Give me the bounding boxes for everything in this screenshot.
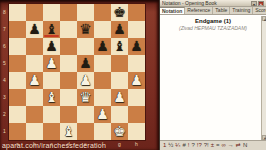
square-f6[interactable]: ♟ xyxy=(94,38,111,55)
white-piece-g3: ♟ xyxy=(111,89,128,106)
square-g3[interactable]: ♟ xyxy=(111,89,128,106)
black-piece-e5: ♟ xyxy=(77,55,94,72)
white-piece-f2: ♟ xyxy=(94,106,111,123)
square-h6[interactable]: ♟ xyxy=(128,38,145,55)
annotation-button[interactable]: = xyxy=(216,141,220,150)
rank-label-5: 5 xyxy=(0,55,9,72)
square-g5[interactable] xyxy=(111,55,128,72)
square-d7[interactable] xyxy=(60,21,77,38)
annotation-button[interactable]: ⇄ xyxy=(236,141,241,150)
tab-training[interactable]: Training xyxy=(230,7,253,14)
square-f5[interactable] xyxy=(94,55,111,72)
square-e3[interactable]: ♛ xyxy=(77,89,94,106)
square-c5[interactable]: ♟ xyxy=(43,55,60,72)
square-d1[interactable]: ♝ xyxy=(60,123,77,140)
square-g1[interactable]: ♚ xyxy=(111,123,128,140)
white-piece-d1: ♝ xyxy=(60,123,77,140)
annotation-button[interactable]: ± xyxy=(211,141,214,150)
square-c1[interactable] xyxy=(43,123,60,140)
square-c2[interactable] xyxy=(43,106,60,123)
black-piece-g8: ♚ xyxy=(111,4,128,21)
white-piece-g1: ♚ xyxy=(111,123,128,140)
square-a2[interactable] xyxy=(9,106,26,123)
square-a4[interactable] xyxy=(9,72,26,89)
tab-bar: NotationReferenceTableTrainingScore shee… xyxy=(160,7,266,15)
square-e6[interactable] xyxy=(77,38,94,55)
notation-panel: Notation - Opening Book ▾✕ NotationRefer… xyxy=(159,0,266,150)
square-a1[interactable] xyxy=(9,123,26,140)
rank-label-3: 3 xyxy=(0,89,9,106)
rank-label-6: 6 xyxy=(0,38,9,55)
square-c4[interactable] xyxy=(43,72,60,89)
square-g6[interactable]: ♝ xyxy=(111,38,128,55)
white-piece-b4: ♟ xyxy=(26,72,43,89)
white-piece-h4: ♟ xyxy=(128,72,145,89)
white-piece-c5: ♟ xyxy=(43,55,60,72)
scroll-up-icon[interactable]: ▲ xyxy=(262,16,266,21)
tab-table[interactable]: Table xyxy=(213,7,230,14)
rank-coordinates: 87654321 xyxy=(0,4,9,140)
square-a5[interactable] xyxy=(9,55,26,72)
square-e4[interactable]: ♟ xyxy=(77,72,94,89)
square-e5[interactable]: ♟ xyxy=(77,55,94,72)
square-b3[interactable] xyxy=(26,89,43,106)
file-label-h: h xyxy=(128,140,145,150)
annotation-button[interactable]: 1 xyxy=(163,141,166,150)
menu-icon[interactable]: ▾ xyxy=(251,1,257,6)
app-window: 87654321 ♚♟♝♛♟♟♟♝♟♟♟♟♟♟♝♛♟♟♝♚ abcdefgh a… xyxy=(0,0,266,150)
square-d2[interactable] xyxy=(60,106,77,123)
white-piece-e3: ♛ xyxy=(77,89,94,106)
black-piece-h6: ♟ xyxy=(128,38,145,55)
square-f3[interactable] xyxy=(94,89,111,106)
square-h3[interactable] xyxy=(128,89,145,106)
square-d4[interactable] xyxy=(60,72,77,89)
square-d8[interactable] xyxy=(60,4,77,21)
square-h7[interactable] xyxy=(128,21,145,38)
scroll-down-icon[interactable]: ▼ xyxy=(262,135,266,140)
annotation-button[interactable]: ½ xyxy=(168,141,173,150)
square-e1[interactable] xyxy=(77,123,94,140)
panel-title: Notation - Opening Book xyxy=(162,0,251,6)
square-a3[interactable] xyxy=(9,89,26,106)
close-icon[interactable]: ✕ xyxy=(258,1,264,6)
annotation-button[interactable]: → xyxy=(228,141,234,150)
black-piece-b7: ♟ xyxy=(26,21,43,38)
annotation-button[interactable]: ! xyxy=(188,141,190,150)
square-h5[interactable] xyxy=(128,55,145,72)
annotation-button[interactable]: # xyxy=(182,141,185,150)
square-b4[interactable]: ♟ xyxy=(26,72,43,89)
black-piece-e7: ♛ xyxy=(77,21,94,38)
annotation-button[interactable]: ¼ xyxy=(175,141,180,150)
game-header: Endgame (1) (Zivad HEPMAU TZA/ZADAM) xyxy=(160,16,266,31)
rank-label-4: 4 xyxy=(0,72,9,89)
square-f8[interactable] xyxy=(94,4,111,21)
panel-titlebar[interactable]: Notation - Opening Book ▾✕ xyxy=(160,0,266,7)
square-f7[interactable] xyxy=(94,21,111,38)
square-b2[interactable] xyxy=(26,106,43,123)
square-d3[interactable] xyxy=(60,89,77,106)
notation-area[interactable]: Endgame (1) (Zivad HEPMAU TZA/ZADAM) ▲ ▼ xyxy=(160,15,266,140)
annotation-button[interactable]: ∞ xyxy=(222,141,226,150)
square-h8[interactable] xyxy=(128,4,145,21)
tab-notation[interactable]: Notation xyxy=(160,7,185,14)
square-c6[interactable]: ♟ xyxy=(43,38,60,55)
rank-label-8: 8 xyxy=(0,4,9,21)
black-piece-g6: ♝ xyxy=(111,38,128,55)
square-d6[interactable] xyxy=(60,38,77,55)
board: ♚♟♝♛♟♟♟♝♟♟♟♟♟♟♝♛♟♟♝♚ xyxy=(9,4,145,140)
square-c7[interactable]: ♝ xyxy=(43,21,60,38)
square-h2[interactable] xyxy=(128,106,145,123)
square-b6[interactable] xyxy=(26,38,43,55)
square-e8[interactable] xyxy=(77,4,94,21)
white-piece-c3: ♝ xyxy=(43,89,60,106)
chessboard-window: 87654321 ♚♟♝♛♟♟♟♝♟♟♟♟♟♟♝♛♟♟♝♚ abcdefgh a… xyxy=(0,0,159,150)
square-b5[interactable] xyxy=(26,55,43,72)
black-piece-g7: ♟ xyxy=(111,21,128,38)
black-piece-f6: ♟ xyxy=(94,38,111,55)
square-c8[interactable] xyxy=(43,4,60,21)
square-b8[interactable] xyxy=(26,4,43,21)
square-h4[interactable]: ♟ xyxy=(128,72,145,89)
square-a6[interactable] xyxy=(9,38,26,55)
square-a7[interactable] xyxy=(9,21,26,38)
window-buttons: ▾✕ xyxy=(251,1,264,6)
rank-label-1: 1 xyxy=(0,123,9,140)
annotation-button[interactable]: !? xyxy=(197,141,202,150)
square-b1[interactable] xyxy=(26,123,43,140)
square-d5[interactable] xyxy=(60,55,77,72)
annotation-button[interactable]: ?! xyxy=(204,141,209,150)
annotation-button[interactable]: ? xyxy=(191,141,194,150)
square-g8[interactable]: ♚ xyxy=(111,4,128,21)
white-piece-e4: ♟ xyxy=(77,72,94,89)
rank-label-2: 2 xyxy=(0,106,9,123)
square-a8[interactable] xyxy=(9,4,26,21)
square-g4[interactable] xyxy=(111,72,128,89)
square-b7[interactable]: ♟ xyxy=(26,21,43,38)
file-label-g: g xyxy=(111,140,128,150)
scrollbar[interactable]: ▲ ▼ xyxy=(261,16,266,140)
square-e7[interactable]: ♛ xyxy=(77,21,94,38)
game-subtitle: (Zivad HEPMAU TZA/ZADAM) xyxy=(160,25,266,31)
square-c3[interactable]: ♝ xyxy=(43,89,60,106)
square-g7[interactable]: ♟ xyxy=(111,21,128,38)
tab-reference[interactable]: Reference xyxy=(185,7,213,14)
square-g2[interactable] xyxy=(111,106,128,123)
annotation-button[interactable]: N xyxy=(243,141,247,150)
game-title: Endgame (1) xyxy=(160,18,266,25)
square-f1[interactable] xyxy=(94,123,111,140)
square-f4[interactable] xyxy=(94,72,111,89)
annotation-toolbar: 1½¼#!?!??!±=∞→⇄N xyxy=(160,140,266,150)
square-f2[interactable]: ♟ xyxy=(94,106,111,123)
black-piece-c6: ♟ xyxy=(43,38,60,55)
annotation-marker xyxy=(44,35,59,37)
rank-label-7: 7 xyxy=(0,21,9,38)
tab-score-sheet[interactable]: Score sheet xyxy=(253,7,266,14)
video-watermark: aparat.com/iranchessfederation xyxy=(2,142,106,149)
square-e2[interactable] xyxy=(77,106,94,123)
square-h1[interactable] xyxy=(128,123,145,140)
